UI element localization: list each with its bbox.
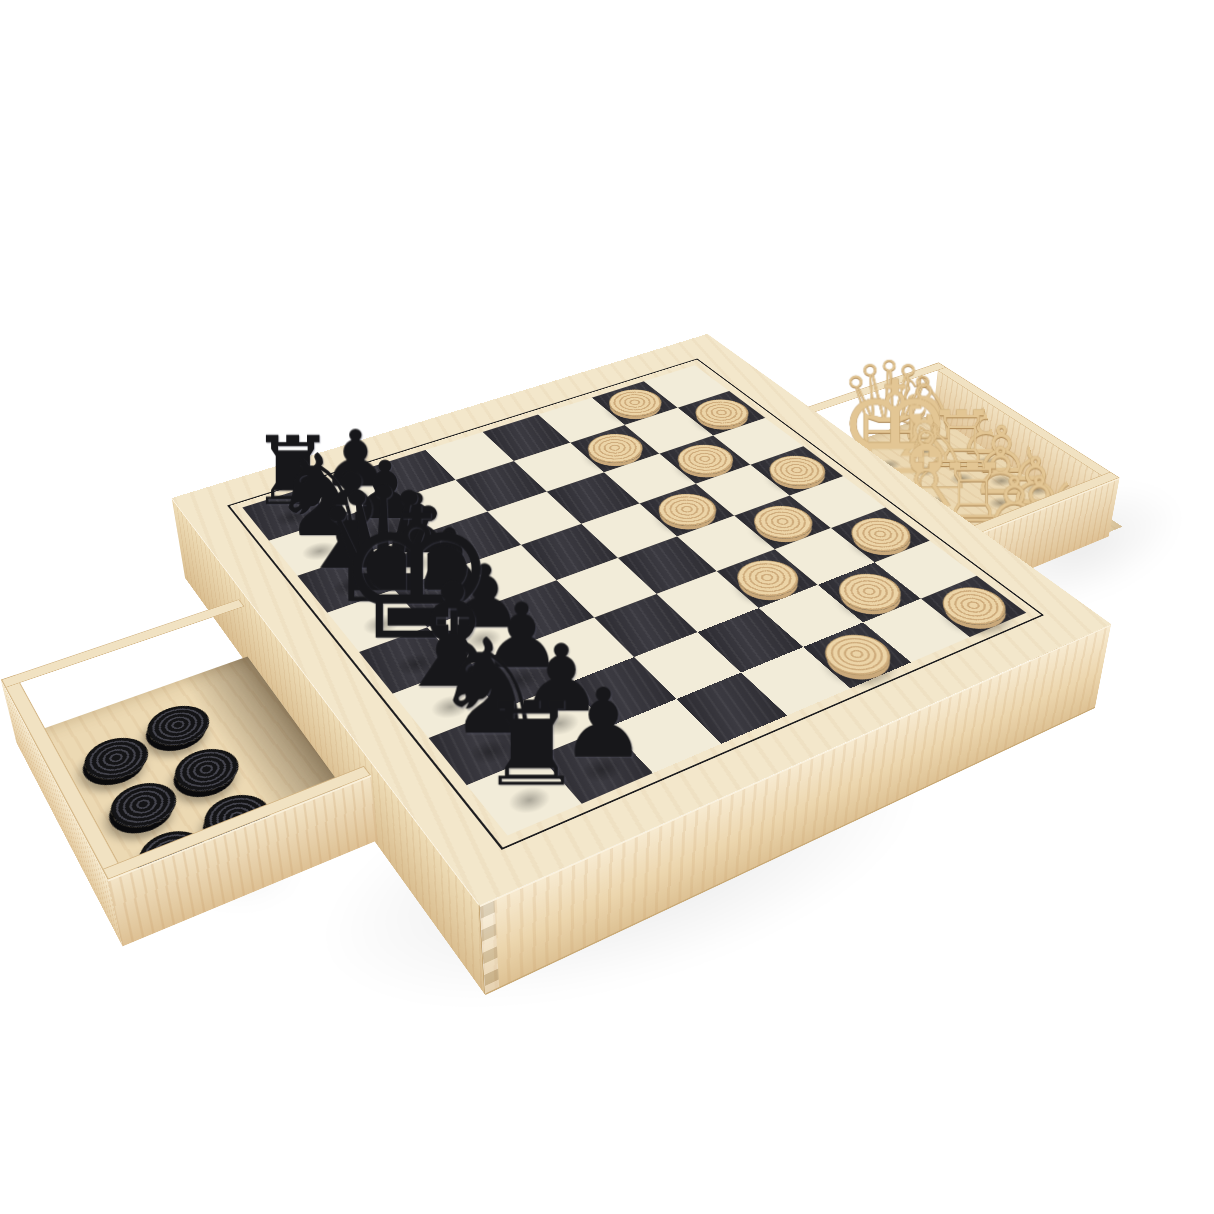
black-checker[interactable] [166,741,248,799]
black-checker[interactable] [102,775,186,836]
black-checker[interactable] [76,730,157,787]
black-rook[interactable]: ♜ [478,685,583,802]
black-checker[interactable] [139,699,218,754]
product-photo-scene: ♕♔♘♗♘♗♖♖♙♙♙♙♙♙♙♙ ♜♟♞♟♝♟♛♟♚♟♝♟♞♟♜♟ [0,0,1214,1214]
